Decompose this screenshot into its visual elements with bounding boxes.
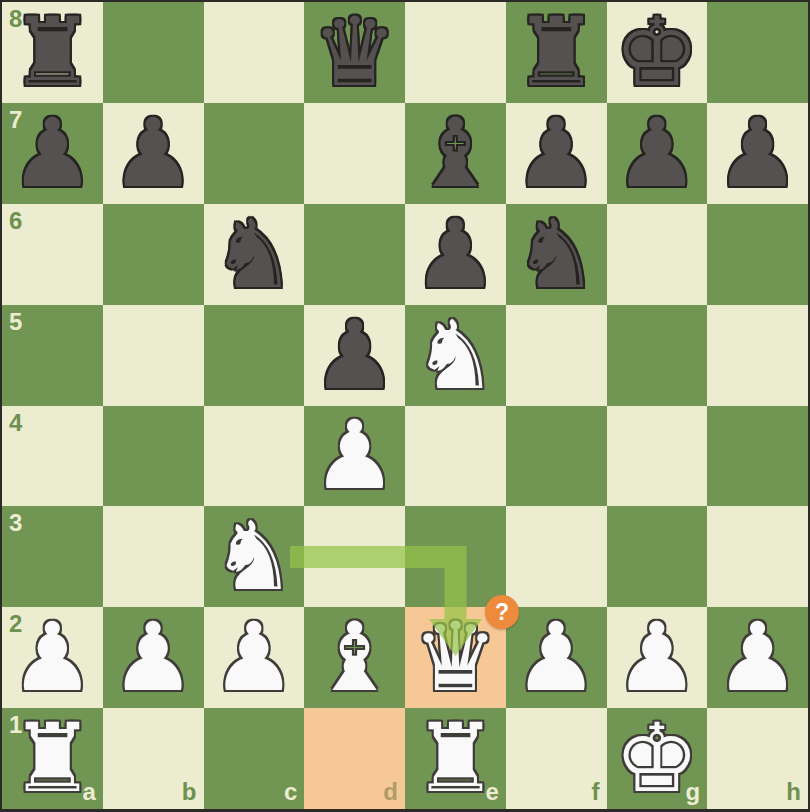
piece-white-knight-c3[interactable]: ♞ xyxy=(204,506,305,607)
chess-board: 8♜♛♜♚7♟♟♝♟♟♟6♞♟♞5♟♞4♟3♞2♟♟♟♝♛♟♟♟1a♜bcde♜… xyxy=(2,2,808,809)
last-move-highlight-d1 xyxy=(304,708,405,809)
square-c6[interactable]: ♞ xyxy=(204,204,305,305)
square-f3[interactable] xyxy=(506,506,607,607)
piece-white-pawn-f2[interactable]: ♟ xyxy=(506,607,607,708)
square-a2[interactable]: 2♟ xyxy=(2,607,103,708)
square-h8[interactable] xyxy=(707,2,808,103)
piece-black-queen-d8[interactable]: ♛ xyxy=(304,2,405,103)
square-a8[interactable]: 8♜ xyxy=(2,2,103,103)
rank-label-5: 5 xyxy=(9,310,22,334)
square-e7[interactable]: ♝ xyxy=(405,103,506,204)
piece-white-pawn-a2[interactable]: ♟ xyxy=(2,607,103,708)
square-c3[interactable]: ♞ xyxy=(204,506,305,607)
piece-black-pawn-e6[interactable]: ♟ xyxy=(405,204,506,305)
square-c1[interactable]: c xyxy=(204,708,305,809)
square-d7[interactable] xyxy=(304,103,405,204)
square-h3[interactable] xyxy=(707,506,808,607)
piece-white-pawn-b2[interactable]: ♟ xyxy=(103,607,204,708)
piece-black-king-g8[interactable]: ♚ xyxy=(607,2,708,103)
square-a7[interactable]: 7♟ xyxy=(2,103,103,204)
square-a3[interactable]: 3 xyxy=(2,506,103,607)
piece-black-pawn-h7[interactable]: ♟ xyxy=(707,103,808,204)
square-c2[interactable]: ♟ xyxy=(204,607,305,708)
square-h1[interactable]: h xyxy=(707,708,808,809)
square-b4[interactable] xyxy=(103,406,204,507)
square-g6[interactable] xyxy=(607,204,708,305)
piece-white-bishop-d2[interactable]: ♝ xyxy=(304,607,405,708)
piece-black-knight-f6[interactable]: ♞ xyxy=(506,204,607,305)
square-f8[interactable]: ♜ xyxy=(506,2,607,103)
square-a5[interactable]: 5 xyxy=(2,305,103,406)
square-d3[interactable] xyxy=(304,506,405,607)
square-b1[interactable]: b xyxy=(103,708,204,809)
piece-black-rook-f8[interactable]: ♜ xyxy=(506,2,607,103)
square-e3[interactable] xyxy=(405,506,506,607)
square-d4[interactable]: ♟ xyxy=(304,406,405,507)
square-b2[interactable]: ♟ xyxy=(103,607,204,708)
square-b8[interactable] xyxy=(103,2,204,103)
file-label-f: f xyxy=(592,780,600,804)
square-b5[interactable] xyxy=(103,305,204,406)
piece-black-pawn-d5[interactable]: ♟ xyxy=(304,305,405,406)
piece-white-pawn-c2[interactable]: ♟ xyxy=(204,607,305,708)
file-label-c: c xyxy=(284,780,297,804)
square-f4[interactable] xyxy=(506,406,607,507)
square-e4[interactable] xyxy=(405,406,506,507)
piece-black-rook-a8[interactable]: ♜ xyxy=(2,2,103,103)
square-b6[interactable] xyxy=(103,204,204,305)
file-label-h: h xyxy=(786,780,801,804)
mistake-badge-symbol: ? xyxy=(495,599,509,626)
square-g5[interactable] xyxy=(607,305,708,406)
square-b3[interactable] xyxy=(103,506,204,607)
piece-white-king-g1[interactable]: ♚ xyxy=(607,708,708,809)
square-e8[interactable] xyxy=(405,2,506,103)
piece-white-rook-a1[interactable]: ♜ xyxy=(2,708,103,809)
piece-white-knight-e5[interactable]: ♞ xyxy=(405,305,506,406)
square-g8[interactable]: ♚ xyxy=(607,2,708,103)
file-label-b: b xyxy=(182,780,197,804)
square-c8[interactable] xyxy=(204,2,305,103)
square-c5[interactable] xyxy=(204,305,305,406)
mistake-badge: ? xyxy=(485,595,519,629)
piece-black-pawn-b7[interactable]: ♟ xyxy=(103,103,204,204)
square-f7[interactable]: ♟ xyxy=(506,103,607,204)
rank-label-3: 3 xyxy=(9,511,22,535)
square-a4[interactable]: 4 xyxy=(2,406,103,507)
square-h2[interactable]: ♟ xyxy=(707,607,808,708)
square-g2[interactable]: ♟ xyxy=(607,607,708,708)
square-d8[interactable]: ♛ xyxy=(304,2,405,103)
square-c7[interactable] xyxy=(204,103,305,204)
square-h5[interactable] xyxy=(707,305,808,406)
piece-black-knight-c6[interactable]: ♞ xyxy=(204,204,305,305)
square-e1[interactable]: e♜ xyxy=(405,708,506,809)
square-d1[interactable]: d xyxy=(304,708,405,809)
square-f5[interactable] xyxy=(506,305,607,406)
piece-black-pawn-f7[interactable]: ♟ xyxy=(506,103,607,204)
square-h7[interactable]: ♟ xyxy=(707,103,808,204)
square-f6[interactable]: ♞ xyxy=(506,204,607,305)
square-g3[interactable] xyxy=(607,506,708,607)
piece-black-pawn-g7[interactable]: ♟ xyxy=(607,103,708,204)
piece-black-bishop-e7[interactable]: ♝ xyxy=(405,103,506,204)
square-h4[interactable] xyxy=(707,406,808,507)
square-a6[interactable]: 6 xyxy=(2,204,103,305)
rank-label-4: 4 xyxy=(9,411,22,435)
square-h6[interactable] xyxy=(707,204,808,305)
rank-label-6: 6 xyxy=(9,209,22,233)
square-e5[interactable]: ♞ xyxy=(405,305,506,406)
piece-white-pawn-h2[interactable]: ♟ xyxy=(707,607,808,708)
square-g1[interactable]: g♚ xyxy=(607,708,708,809)
square-g7[interactable]: ♟ xyxy=(607,103,708,204)
piece-white-pawn-d4[interactable]: ♟ xyxy=(304,406,405,507)
piece-white-rook-e1[interactable]: ♜ xyxy=(405,708,506,809)
square-e6[interactable]: ♟ xyxy=(405,204,506,305)
piece-black-pawn-a7[interactable]: ♟ xyxy=(2,103,103,204)
square-d6[interactable] xyxy=(304,204,405,305)
square-b7[interactable]: ♟ xyxy=(103,103,204,204)
square-g4[interactable] xyxy=(607,406,708,507)
piece-white-pawn-g2[interactable]: ♟ xyxy=(607,607,708,708)
square-a1[interactable]: 1a♜ xyxy=(2,708,103,809)
square-f1[interactable]: f xyxy=(506,708,607,809)
square-f2[interactable]: ♟ xyxy=(506,607,607,708)
square-d2[interactable]: ♝ xyxy=(304,607,405,708)
square-c4[interactable] xyxy=(204,406,305,507)
square-d5[interactable]: ♟ xyxy=(304,305,405,406)
chess-board-frame: 8♜♛♜♚7♟♟♝♟♟♟6♞♟♞5♟♞4♟3♞2♟♟♟♝♛♟♟♟1a♜bcde♜… xyxy=(0,0,810,812)
